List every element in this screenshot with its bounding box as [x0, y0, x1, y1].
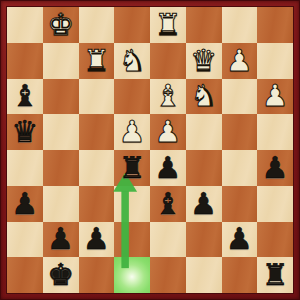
board-grid: ♚♜♜♞♛♟♝♝♞♟♛♟♟♜♟♟♟♝♟♟♟♟♚♜: [7, 7, 293, 293]
square-g3[interactable]: [43, 79, 79, 115]
square-g8[interactable]: ♚: [43, 257, 79, 293]
white-pawn-piece: ♟: [226, 46, 253, 76]
square-f4[interactable]: [79, 114, 115, 150]
square-f2[interactable]: ♜: [79, 43, 115, 79]
square-b1[interactable]: [222, 7, 258, 43]
black-queen-piece: ♛: [11, 117, 38, 147]
white-bishop-piece: ♝: [154, 81, 181, 111]
black-pawn-piece: ♟: [83, 224, 110, 254]
white-king-piece: ♚: [47, 10, 74, 40]
square-a5[interactable]: ♟: [257, 150, 293, 186]
black-pawn-piece: ♟: [154, 153, 181, 183]
square-f5[interactable]: [79, 150, 115, 186]
square-e5[interactable]: ♜: [114, 150, 150, 186]
square-c2[interactable]: ♛: [186, 43, 222, 79]
white-rook-piece: ♜: [83, 46, 110, 76]
square-e6[interactable]: [114, 186, 150, 222]
square-g1[interactable]: ♚: [43, 7, 79, 43]
white-rook-piece: ♜: [154, 10, 181, 40]
square-a6[interactable]: [257, 186, 293, 222]
square-b8[interactable]: [222, 257, 258, 293]
black-king-piece: ♚: [47, 260, 74, 290]
square-c8[interactable]: [186, 257, 222, 293]
square-h8[interactable]: [7, 257, 43, 293]
square-e1[interactable]: [114, 7, 150, 43]
square-h7[interactable]: [7, 222, 43, 258]
square-a4[interactable]: [257, 114, 293, 150]
white-knight-piece: ♞: [119, 46, 146, 76]
black-pawn-piece: ♟: [11, 189, 38, 219]
square-d2[interactable]: [150, 43, 186, 79]
square-g6[interactable]: [43, 186, 79, 222]
square-e4[interactable]: ♟: [114, 114, 150, 150]
square-c4[interactable]: [186, 114, 222, 150]
square-f6[interactable]: [79, 186, 115, 222]
square-g4[interactable]: [43, 114, 79, 150]
black-pawn-piece: ♟: [47, 224, 74, 254]
square-h3[interactable]: ♝: [7, 79, 43, 115]
square-h5[interactable]: [7, 150, 43, 186]
white-pawn-piece: ♟: [262, 81, 289, 111]
square-f3[interactable]: [79, 79, 115, 115]
square-f7[interactable]: ♟: [79, 222, 115, 258]
square-c5[interactable]: [186, 150, 222, 186]
square-a3[interactable]: ♟: [257, 79, 293, 115]
square-b2[interactable]: ♟: [222, 43, 258, 79]
black-bishop-piece: ♝: [11, 81, 38, 111]
square-c7[interactable]: [186, 222, 222, 258]
square-h1[interactable]: [7, 7, 43, 43]
square-d1[interactable]: ♜: [150, 7, 186, 43]
black-rook-piece: ♜: [262, 260, 289, 290]
black-bishop-piece: ♝: [154, 189, 181, 219]
square-d3[interactable]: ♝: [150, 79, 186, 115]
white-pawn-piece: ♟: [119, 117, 146, 147]
square-b6[interactable]: [222, 186, 258, 222]
black-pawn-piece: ♟: [226, 224, 253, 254]
square-e3[interactable]: [114, 79, 150, 115]
square-d5[interactable]: ♟: [150, 150, 186, 186]
square-h6[interactable]: ♟: [7, 186, 43, 222]
square-g2[interactable]: [43, 43, 79, 79]
square-d6[interactable]: ♝: [150, 186, 186, 222]
square-b5[interactable]: [222, 150, 258, 186]
square-a1[interactable]: [257, 7, 293, 43]
square-h2[interactable]: [7, 43, 43, 79]
square-b4[interactable]: [222, 114, 258, 150]
square-d7[interactable]: [150, 222, 186, 258]
square-e8[interactable]: [114, 257, 150, 293]
square-b7[interactable]: ♟: [222, 222, 258, 258]
square-e7[interactable]: [114, 222, 150, 258]
square-a2[interactable]: [257, 43, 293, 79]
square-e2[interactable]: ♞: [114, 43, 150, 79]
square-d8[interactable]: [150, 257, 186, 293]
square-g5[interactable]: [43, 150, 79, 186]
square-c6[interactable]: ♟: [186, 186, 222, 222]
white-pawn-piece: ♟: [154, 117, 181, 147]
square-f1[interactable]: [79, 7, 115, 43]
square-g7[interactable]: ♟: [43, 222, 79, 258]
square-f8[interactable]: [79, 257, 115, 293]
square-c1[interactable]: [186, 7, 222, 43]
square-h4[interactable]: ♛: [7, 114, 43, 150]
square-c3[interactable]: ♞: [186, 79, 222, 115]
chess-board-frame: ♚♜♜♞♛♟♝♝♞♟♛♟♟♜♟♟♟♝♟♟♟♟♚♜: [0, 0, 300, 300]
white-knight-piece: ♞: [190, 81, 217, 111]
square-a7[interactable]: [257, 222, 293, 258]
square-a8[interactable]: ♜: [257, 257, 293, 293]
white-queen-piece: ♛: [190, 46, 217, 76]
black-rook-piece: ♜: [119, 153, 146, 183]
square-d4[interactable]: ♟: [150, 114, 186, 150]
black-pawn-piece: ♟: [190, 189, 217, 219]
black-pawn-piece: ♟: [262, 153, 289, 183]
square-b3[interactable]: [222, 79, 258, 115]
